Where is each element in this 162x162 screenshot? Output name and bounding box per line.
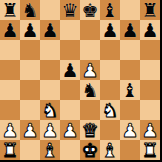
square-e7[interactable] <box>80 20 100 40</box>
white-pawn-a2[interactable]: ♟ <box>1 120 18 140</box>
square-d4[interactable] <box>60 80 80 100</box>
black-pawn-d5[interactable]: ♟ <box>61 60 78 80</box>
square-h8[interactable]: ♜ <box>140 0 160 20</box>
square-d1[interactable] <box>60 140 80 160</box>
square-b7[interactable]: ♟ <box>20 20 40 40</box>
square-c4[interactable] <box>40 80 60 100</box>
square-c8[interactable] <box>40 0 60 20</box>
white-pawn-b2[interactable]: ♟ <box>21 120 38 140</box>
square-c7[interactable]: ♟ <box>40 20 60 40</box>
square-c5[interactable] <box>40 60 60 80</box>
square-a4[interactable] <box>0 80 20 100</box>
black-knight-b8[interactable]: ♞ <box>21 0 38 20</box>
square-g3[interactable] <box>120 100 140 120</box>
white-queen-e2[interactable]: ♛ <box>81 120 98 140</box>
square-b5[interactable] <box>20 60 40 80</box>
square-f2[interactable] <box>100 120 120 140</box>
square-f7[interactable]: ♟ <box>100 20 120 40</box>
square-h1[interactable]: ♜ <box>140 140 160 160</box>
square-b6[interactable] <box>20 40 40 60</box>
square-a2[interactable]: ♟ <box>0 120 20 140</box>
black-pawn-b7[interactable]: ♟ <box>21 20 38 40</box>
square-c3[interactable]: ♞ <box>40 100 60 120</box>
square-g6[interactable] <box>120 40 140 60</box>
square-e8[interactable]: ♚ <box>80 0 100 20</box>
square-d2[interactable]: ♟ <box>60 120 80 140</box>
square-b8[interactable]: ♞ <box>20 0 40 20</box>
square-b1[interactable] <box>20 140 40 160</box>
black-bishop-g4[interactable]: ♝ <box>121 80 138 100</box>
square-h3[interactable] <box>140 100 160 120</box>
square-b2[interactable]: ♟ <box>20 120 40 140</box>
black-pawn-a7[interactable]: ♟ <box>1 20 18 40</box>
square-b3[interactable] <box>20 100 40 120</box>
white-rook-h1[interactable]: ♜ <box>141 140 158 160</box>
square-h5[interactable] <box>140 60 160 80</box>
square-f6[interactable] <box>100 40 120 60</box>
square-e6[interactable] <box>80 40 100 60</box>
white-pawn-g2[interactable]: ♟ <box>121 120 138 140</box>
black-pawn-c7[interactable]: ♟ <box>41 20 58 40</box>
square-e1[interactable]: ♚ <box>80 140 100 160</box>
white-pawn-c2[interactable]: ♟ <box>41 120 58 140</box>
square-c2[interactable]: ♟ <box>40 120 60 140</box>
square-c1[interactable]: ♝ <box>40 140 60 160</box>
square-g1[interactable] <box>120 140 140 160</box>
white-pawn-h2[interactable]: ♟ <box>141 120 158 140</box>
black-queen-d8[interactable]: ♛ <box>61 0 78 20</box>
square-f5[interactable] <box>100 60 120 80</box>
white-bishop-f1[interactable]: ♝ <box>101 140 118 160</box>
square-h4[interactable] <box>140 80 160 100</box>
square-d8[interactable]: ♛ <box>60 0 80 20</box>
square-g8[interactable] <box>120 0 140 20</box>
black-rook-a8[interactable]: ♜ <box>1 0 18 20</box>
square-a1[interactable]: ♜ <box>0 140 20 160</box>
square-f8[interactable]: ♝ <box>100 0 120 20</box>
square-e5[interactable]: ♟ <box>80 60 100 80</box>
white-pawn-e5[interactable]: ♟ <box>81 60 98 80</box>
white-rook-a1[interactable]: ♜ <box>1 140 18 160</box>
square-a3[interactable] <box>0 100 20 120</box>
square-h6[interactable] <box>140 40 160 60</box>
square-d7[interactable] <box>60 20 80 40</box>
square-e3[interactable] <box>80 100 100 120</box>
square-d5[interactable]: ♟ <box>60 60 80 80</box>
square-a5[interactable] <box>0 60 20 80</box>
square-b4[interactable] <box>20 80 40 100</box>
chess-board: ♜♞♛♚♝♜♟♟♟♟♟♟♟♟♞♝♞♞♟♟♟♟♛♟♟♜♝♚♝♜ <box>0 0 160 160</box>
square-g5[interactable] <box>120 60 140 80</box>
white-king-e1[interactable]: ♚ <box>81 140 98 160</box>
square-a8[interactable]: ♜ <box>0 0 20 20</box>
square-a6[interactable] <box>0 40 20 60</box>
white-pawn-d2[interactable]: ♟ <box>61 120 78 140</box>
white-knight-f3[interactable]: ♞ <box>101 100 118 120</box>
square-e2[interactable]: ♛ <box>80 120 100 140</box>
square-c6[interactable] <box>40 40 60 60</box>
square-g7[interactable]: ♟ <box>120 20 140 40</box>
square-e4[interactable]: ♞ <box>80 80 100 100</box>
square-d6[interactable] <box>60 40 80 60</box>
white-knight-c3[interactable]: ♞ <box>41 100 58 120</box>
square-f1[interactable]: ♝ <box>100 140 120 160</box>
square-h7[interactable]: ♟ <box>140 20 160 40</box>
black-pawn-h7[interactable]: ♟ <box>141 20 158 40</box>
black-pawn-g7[interactable]: ♟ <box>121 20 138 40</box>
white-bishop-c1[interactable]: ♝ <box>41 140 58 160</box>
square-d3[interactable] <box>60 100 80 120</box>
square-g2[interactable]: ♟ <box>120 120 140 140</box>
square-a7[interactable]: ♟ <box>0 20 20 40</box>
black-bishop-f8[interactable]: ♝ <box>101 0 118 20</box>
black-knight-e4[interactable]: ♞ <box>81 80 98 100</box>
black-pawn-f7[interactable]: ♟ <box>101 20 118 40</box>
black-king-e8[interactable]: ♚ <box>81 0 98 20</box>
square-f3[interactable]: ♞ <box>100 100 120 120</box>
square-h2[interactable]: ♟ <box>140 120 160 140</box>
square-g4[interactable]: ♝ <box>120 80 140 100</box>
black-rook-h8[interactable]: ♜ <box>141 0 158 20</box>
chess-board-frame: ♜♞♛♚♝♜♟♟♟♟♟♟♟♟♞♝♞♞♟♟♟♟♛♟♟♜♝♚♝♜ <box>0 0 162 162</box>
square-f4[interactable] <box>100 80 120 100</box>
